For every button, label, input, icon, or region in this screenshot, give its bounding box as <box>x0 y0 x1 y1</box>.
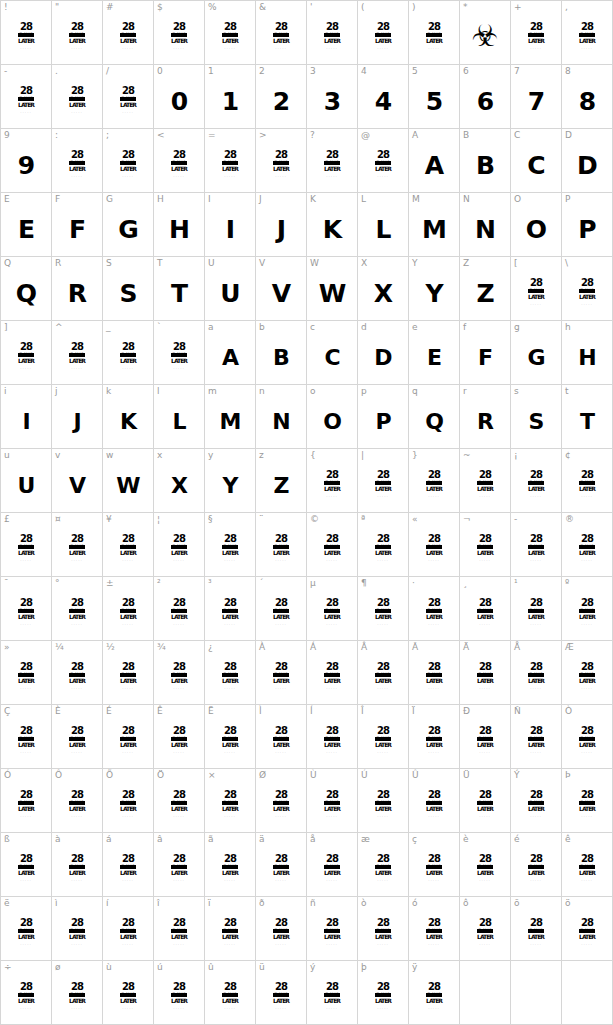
glyph-cell: RR <box>52 257 103 321</box>
notdef-line: LATER <box>273 678 289 684</box>
notdef-line: 28 <box>275 662 287 672</box>
notdef-glyph: 28DAYSLATER..... <box>409 769 459 832</box>
notdef-line: 28 <box>581 534 593 544</box>
glyph-cell: #28DAYSLATER..... <box>103 1 154 65</box>
notdef-line: LATER <box>477 870 493 876</box>
notdef-logo-stack: 28DAYSLATER..... <box>222 662 238 691</box>
rendered-glyph: P <box>358 385 408 448</box>
notdef-line: DAYS <box>273 609 288 614</box>
notdef-glyph: 28DAYSLATER..... <box>52 513 102 576</box>
notdef-glyph: 28DAYSLATER..... <box>103 65 153 128</box>
notdef-line: 28 <box>173 662 185 672</box>
notdef-logo-stack: 28DAYSLATER..... <box>324 534 340 563</box>
glyph-cell: ã28DAYSLATER..... <box>205 833 256 897</box>
notdef-logo-stack: 28DAYSLATER..... <box>324 22 340 51</box>
glyph-cell: ä28DAYSLATER..... <box>256 833 307 897</box>
notdef-glyph: 28DAYSLATER..... <box>511 641 561 704</box>
notdef-line: DAYS <box>120 353 135 358</box>
notdef-line: LATER <box>426 486 442 492</box>
glyph-cell: jJ <box>52 385 103 449</box>
notdef-glyph: 28DAYSLATER..... <box>1 897 51 960</box>
notdef-line: LATER <box>528 486 544 492</box>
notdef-line: DAYS <box>426 993 441 998</box>
notdef-line: DAYS <box>222 865 237 870</box>
notdef-line: ..... <box>71 1006 82 1010</box>
glyph-cell: fF <box>460 321 511 385</box>
rendered-glyph: V <box>256 257 306 320</box>
notdef-glyph: 28DAYSLATER..... <box>358 641 408 704</box>
glyph-cell: kK <box>103 385 154 449</box>
notdef-line: ..... <box>428 750 439 754</box>
notdef-line: LATER <box>18 550 34 556</box>
notdef-line: LATER <box>222 678 238 684</box>
glyph-cell: vV <box>52 449 103 513</box>
notdef-line: ..... <box>377 942 388 946</box>
notdef-line: 28 <box>224 662 236 672</box>
notdef-line: LATER <box>18 742 34 748</box>
notdef-logo-stack: 28DAYSLATER..... <box>579 278 595 307</box>
glyph-cell: ¯28DAYSLATER..... <box>1 577 52 641</box>
notdef-line: LATER <box>273 166 289 172</box>
notdef-line: 28 <box>428 22 440 32</box>
notdef-line: DAYS <box>69 33 84 38</box>
notdef-line: DAYS <box>171 161 186 166</box>
glyph-cell: FF <box>52 193 103 257</box>
notdef-glyph: 28DAYSLATER..... <box>562 577 612 640</box>
notdef-logo-stack: 28DAYSLATER..... <box>18 534 34 563</box>
notdef-line: DAYS <box>171 993 186 998</box>
glyph-cell: ¡28DAYSLATER..... <box>511 449 562 513</box>
notdef-line: LATER <box>528 678 544 684</box>
notdef-line: 28 <box>275 22 287 32</box>
notdef-logo-stack: 28DAYSLATER..... <box>120 726 136 755</box>
rendered-glyph: C <box>307 321 357 384</box>
notdef-glyph: 28DAYSLATER..... <box>256 833 306 896</box>
notdef-glyph: 28DAYSLATER..... <box>154 897 204 960</box>
notdef-line: 28 <box>71 342 83 352</box>
notdef-line: LATER <box>120 550 136 556</box>
notdef-glyph: 28DAYSLATER..... <box>562 513 612 576</box>
glyph-cell: zZ <box>256 449 307 513</box>
glyph-cell: ¦28DAYSLATER..... <box>154 513 205 577</box>
notdef-line: ..... <box>428 46 439 50</box>
notdef-line: ..... <box>581 814 592 818</box>
notdef-line: ..... <box>224 46 235 50</box>
notdef-line: 28 <box>326 150 338 160</box>
notdef-line: 28 <box>479 726 491 736</box>
notdef-line: LATER <box>273 550 289 556</box>
notdef-line: LATER <box>528 870 544 876</box>
glyph-cell: $28DAYSLATER..... <box>154 1 205 65</box>
notdef-line: DAYS <box>18 545 33 550</box>
glyph-cell: ö28DAYSLATER..... <box>562 897 613 961</box>
notdef-line: LATER <box>69 614 85 620</box>
notdef-line: LATER <box>426 38 442 44</box>
notdef-line: ..... <box>326 942 337 946</box>
notdef-line: LATER <box>324 614 340 620</box>
notdef-line: DAYS <box>375 801 390 806</box>
notdef-line: 28 <box>173 22 185 32</box>
glyph-cell: |28DAYSLATER..... <box>358 449 409 513</box>
notdef-glyph: 28DAYSLATER..... <box>562 833 612 896</box>
notdef-glyph: 28DAYSLATER..... <box>1 705 51 768</box>
notdef-line: LATER <box>324 678 340 684</box>
notdef-glyph: 28DAYSLATER..... <box>205 833 255 896</box>
notdef-glyph: 28DAYSLATER..... <box>52 705 102 768</box>
notdef-logo-stack: 28DAYSLATER..... <box>171 150 187 179</box>
notdef-line: LATER <box>69 550 85 556</box>
glyph-cell: .28DAYSLATER..... <box>52 65 103 129</box>
glyph-cell: ¹28DAYSLATER..... <box>511 577 562 641</box>
notdef-line: LATER <box>528 806 544 812</box>
glyph-cell: Ô28DAYSLATER..... <box>52 769 103 833</box>
notdef-line: DAYS <box>120 545 135 550</box>
notdef-line: ..... <box>71 622 82 626</box>
notdef-line: ..... <box>71 750 82 754</box>
notdef-logo-stack: 28DAYSLATER..... <box>120 22 136 51</box>
notdef-line: LATER <box>69 166 85 172</box>
notdef-line: ..... <box>479 878 490 882</box>
notdef-line: DAYS <box>120 737 135 742</box>
notdef-line: ..... <box>428 1006 439 1010</box>
notdef-line: 28 <box>581 790 593 800</box>
glyph-cell: %28DAYSLATER..... <box>205 1 256 65</box>
glyph-cell: Â28DAYSLATER..... <box>358 641 409 705</box>
notdef-logo-stack: 28DAYSLATER..... <box>426 662 442 691</box>
glyph-cell: È28DAYSLATER..... <box>52 705 103 769</box>
notdef-line: ..... <box>20 1006 31 1010</box>
notdef-line: DAYS <box>120 33 135 38</box>
notdef-logo-stack: 28DAYSLATER..... <box>375 150 391 179</box>
notdef-line: LATER <box>69 870 85 876</box>
notdef-line: 28 <box>122 22 134 32</box>
glyph-cell: @28DAYSLATER..... <box>358 129 409 193</box>
notdef-line: LATER <box>324 166 340 172</box>
notdef-line: ..... <box>581 494 592 498</box>
notdef-line: ..... <box>20 622 31 626</box>
glyph-cell: ¢28DAYSLATER..... <box>562 449 613 513</box>
glyph-cell: ý28DAYSLATER..... <box>307 961 358 1025</box>
rendered-glyph: O <box>511 193 561 256</box>
notdef-line: ..... <box>479 494 490 498</box>
rendered-glyph: U <box>205 257 255 320</box>
notdef-line: 28 <box>224 982 236 992</box>
notdef-line: ..... <box>20 558 31 562</box>
glyph-cell: â28DAYSLATER..... <box>154 833 205 897</box>
notdef-line: LATER <box>171 998 187 1004</box>
notdef-glyph: 28DAYSLATER..... <box>358 705 408 768</box>
notdef-line: DAYS <box>69 801 84 806</box>
notdef-line: 28 <box>326 854 338 864</box>
notdef-line: DAYS <box>69 929 84 934</box>
glyph-cell: ñ28DAYSLATER..... <box>307 897 358 961</box>
notdef-line: LATER <box>528 742 544 748</box>
notdef-line: DAYS <box>171 673 186 678</box>
notdef-line: DAYS <box>324 481 339 486</box>
notdef-line: 28 <box>224 726 236 736</box>
biohazard-icon: ☣ <box>460 1 510 64</box>
rendered-glyph: D <box>358 321 408 384</box>
notdef-line: 28 <box>122 662 134 672</box>
notdef-glyph: 28DAYSLATER..... <box>52 577 102 640</box>
notdef-line: DAYS <box>375 865 390 870</box>
notdef-line: LATER <box>579 38 595 44</box>
notdef-line: ..... <box>530 302 541 306</box>
glyph-cell: mM <box>205 385 256 449</box>
notdef-logo-stack: 28DAYSLATER..... <box>171 982 187 1011</box>
notdef-line: LATER <box>18 806 34 812</box>
notdef-logo-stack: 28DAYSLATER..... <box>18 790 34 819</box>
notdef-line: DAYS <box>18 929 33 934</box>
glyph-cell: bB <box>256 321 307 385</box>
notdef-logo-stack: 28DAYSLATER..... <box>375 22 391 51</box>
notdef-line: ..... <box>428 814 439 818</box>
notdef-line: LATER <box>528 550 544 556</box>
notdef-logo-stack: 28DAYSLATER..... <box>222 854 238 883</box>
notdef-line: DAYS <box>324 673 339 678</box>
notdef-line: ..... <box>479 558 490 562</box>
notdef-line: ..... <box>224 622 235 626</box>
notdef-glyph: 28DAYSLATER..... <box>511 769 561 832</box>
notdef-glyph: 28DAYSLATER..... <box>511 257 561 320</box>
notdef-line: ..... <box>173 622 184 626</box>
notdef-line: ..... <box>326 494 337 498</box>
notdef-line: ..... <box>275 814 286 818</box>
notdef-line: 28 <box>71 150 83 160</box>
notdef-glyph: 28DAYSLATER..... <box>307 897 357 960</box>
empty-cell <box>511 961 562 1025</box>
notdef-glyph: 28DAYSLATER..... <box>205 897 255 960</box>
notdef-glyph: 28DAYSLATER..... <box>358 577 408 640</box>
notdef-line: ..... <box>428 622 439 626</box>
notdef-glyph: 28DAYSLATER..... <box>154 321 204 384</box>
notdef-logo-stack: 28DAYSLATER..... <box>120 918 136 947</box>
notdef-line: LATER <box>18 358 34 364</box>
notdef-logo-stack: 28DAYSLATER..... <box>528 726 544 755</box>
notdef-line: 28 <box>479 918 491 928</box>
notdef-line: ..... <box>581 302 592 306</box>
glyph-cell: OO <box>511 193 562 257</box>
rendered-glyph: 9 <box>1 129 51 192</box>
rendered-glyph: G <box>103 193 153 256</box>
notdef-line: 28 <box>173 150 185 160</box>
notdef-logo-stack: 28DAYSLATER..... <box>222 726 238 755</box>
notdef-glyph: 28DAYSLATER..... <box>562 257 612 320</box>
glyph-cell: pP <box>358 385 409 449</box>
notdef-line: LATER <box>120 934 136 940</box>
notdef-line: DAYS <box>528 481 543 486</box>
notdef-line: 28 <box>479 534 491 544</box>
notdef-logo-stack: 28DAYSLATER..... <box>375 598 391 627</box>
rendered-glyph: G <box>511 321 561 384</box>
glyph-cell: Ò28DAYSLATER..... <box>562 705 613 769</box>
notdef-line: LATER <box>120 614 136 620</box>
notdef-line: 28 <box>71 534 83 544</box>
notdef-logo-stack: 28DAYSLATER..... <box>324 790 340 819</box>
glyph-cell: ^28DAYSLATER..... <box>52 321 103 385</box>
notdef-line: DAYS <box>528 609 543 614</box>
notdef-line: 28 <box>173 342 185 352</box>
glyph-cell: Ó28DAYSLATER..... <box>1 769 52 833</box>
notdef-line: 28 <box>530 790 542 800</box>
notdef-glyph: 28DAYSLATER..... <box>460 513 510 576</box>
glyph-cell: ]28DAYSLATER..... <box>1 321 52 385</box>
glyph-cell: -28DAYSLATER..... <box>511 513 562 577</box>
notdef-line: LATER <box>426 998 442 1004</box>
rendered-glyph: F <box>52 193 102 256</box>
glyph-cell: ß28DAYSLATER..... <box>1 833 52 897</box>
glyph-cell: uU <box>1 449 52 513</box>
notdef-line: DAYS <box>528 673 543 678</box>
notdef-logo-stack: 28DAYSLATER..... <box>171 598 187 627</box>
notdef-glyph: 28DAYSLATER..... <box>1 321 51 384</box>
notdef-line: DAYS <box>375 737 390 742</box>
notdef-line: LATER <box>426 678 442 684</box>
notdef-logo-stack: 28DAYSLATER..... <box>426 918 442 947</box>
notdef-line: ..... <box>122 622 133 626</box>
glyph-cell: Õ28DAYSLATER..... <box>103 769 154 833</box>
glyph-cell: {28DAYSLATER..... <box>307 449 358 513</box>
notdef-line: ..... <box>428 942 439 946</box>
notdef-line: ..... <box>173 942 184 946</box>
notdef-line: 28 <box>122 726 134 736</box>
notdef-line: 28 <box>275 918 287 928</box>
notdef-glyph: 28DAYSLATER..... <box>52 833 102 896</box>
glyph-cell: Í28DAYSLATER..... <box>307 705 358 769</box>
notdef-line: ..... <box>173 1006 184 1010</box>
rendered-glyph: R <box>460 385 510 448</box>
notdef-logo-stack: 28DAYSLATER..... <box>18 982 34 1011</box>
notdef-line: LATER <box>222 742 238 748</box>
notdef-glyph: 28DAYSLATER..... <box>358 897 408 960</box>
notdef-line: ..... <box>20 878 31 882</box>
notdef-line: ..... <box>122 558 133 562</box>
notdef-line: 28 <box>122 342 134 352</box>
notdef-line: LATER <box>273 998 289 1004</box>
notdef-line: LATER <box>579 742 595 748</box>
glyph-cell: à28DAYSLATER..... <box>52 833 103 897</box>
notdef-line: DAYS <box>375 993 390 998</box>
notdef-line: LATER <box>477 934 493 940</box>
notdef-line: 28 <box>20 726 32 736</box>
notdef-line: DAYS <box>18 97 33 102</box>
glyph-cell: ÿ28DAYSLATER..... <box>409 961 460 1025</box>
notdef-line: 28 <box>20 342 32 352</box>
glyph-cell: >28DAYSLATER..... <box>256 129 307 193</box>
notdef-logo-stack: 28DAYSLATER..... <box>69 662 85 691</box>
glyph-cell: ú28DAYSLATER..... <box>154 961 205 1025</box>
notdef-line: DAYS <box>222 737 237 742</box>
notdef-glyph: 28DAYSLATER..... <box>256 1 306 64</box>
notdef-line: 28 <box>224 22 236 32</box>
notdef-line: 28 <box>326 982 338 992</box>
glyph-cell: ï28DAYSLATER..... <box>205 897 256 961</box>
notdef-glyph: 28DAYSLATER..... <box>409 449 459 512</box>
notdef-logo-stack: 28DAYSLATER..... <box>222 598 238 627</box>
notdef-line: 28 <box>71 790 83 800</box>
notdef-line: 28 <box>275 534 287 544</box>
glyph-cell: °28DAYSLATER..... <box>52 577 103 641</box>
glyph-cell: »28DAYSLATER..... <box>1 641 52 705</box>
notdef-line: DAYS <box>171 737 186 742</box>
rendered-glyph: K <box>103 385 153 448</box>
notdef-line: ..... <box>377 750 388 754</box>
rendered-glyph: X <box>154 449 204 512</box>
notdef-logo-stack: 28DAYSLATER..... <box>528 598 544 627</box>
notdef-line: LATER <box>375 486 391 492</box>
notdef-logo-stack: 28DAYSLATER..... <box>120 790 136 819</box>
glyph-cell: EE <box>1 193 52 257</box>
notdef-glyph: 28DAYSLATER..... <box>1 769 51 832</box>
notdef-logo-stack: 28DAYSLATER..... <box>18 726 34 755</box>
notdef-logo-stack: 28DAYSLATER..... <box>477 918 493 947</box>
glyph-cell: eE <box>409 321 460 385</box>
notdef-line: DAYS <box>69 993 84 998</box>
glyph-cell: Ê28DAYSLATER..... <box>154 705 205 769</box>
notdef-glyph: 28DAYSLATER..... <box>460 449 510 512</box>
notdef-line: ..... <box>326 878 337 882</box>
notdef-glyph: 28DAYSLATER..... <box>205 641 255 704</box>
glyph-cell: \28DAYSLATER..... <box>562 257 613 321</box>
notdef-line: DAYS <box>18 353 33 358</box>
glyph-cell: ¶28DAYSLATER..... <box>358 577 409 641</box>
notdef-line: 28 <box>122 86 134 96</box>
glyph-cell: ?28DAYSLATER..... <box>307 129 358 193</box>
notdef-glyph: 28DAYSLATER..... <box>307 1 357 64</box>
glyph-cell: 44 <box>358 65 409 129</box>
notdef-line: 28 <box>428 790 440 800</box>
notdef-line: DAYS <box>69 673 84 678</box>
notdef-line: DAYS <box>69 865 84 870</box>
notdef-line: ..... <box>326 686 337 690</box>
glyph-cell: ³28DAYSLATER..... <box>205 577 256 641</box>
notdef-glyph: 28DAYSLATER..... <box>307 129 357 192</box>
notdef-line: DAYS <box>18 737 33 742</box>
notdef-logo-stack: 28DAYSLATER..... <box>477 598 493 627</box>
glyph-cell: µ28DAYSLATER..... <box>307 577 358 641</box>
notdef-line: DAYS <box>426 481 441 486</box>
notdef-line: ..... <box>122 686 133 690</box>
notdef-line: ..... <box>71 558 82 562</box>
notdef-line: ..... <box>377 622 388 626</box>
glyph-cell: iI <box>1 385 52 449</box>
glyph-cell: ²28DAYSLATER..... <box>154 577 205 641</box>
notdef-line: ..... <box>122 814 133 818</box>
glyph-cell: *☣ <box>460 1 511 65</box>
glyph-cell: ð28DAYSLATER..... <box>256 897 307 961</box>
notdef-line: 28 <box>326 790 338 800</box>
notdef-line: DAYS <box>18 33 33 38</box>
notdef-line: LATER <box>69 934 85 940</box>
notdef-line: 28 <box>377 534 389 544</box>
notdef-line: ..... <box>224 558 235 562</box>
notdef-glyph: 28DAYSLATER..... <box>409 577 459 640</box>
notdef-logo-stack: 28DAYSLATER..... <box>426 534 442 563</box>
rendered-glyph: M <box>205 385 255 448</box>
notdef-logo-stack: 28DAYSLATER..... <box>426 470 442 499</box>
notdef-line: 28 <box>479 598 491 608</box>
glyph-cell: 77 <box>511 65 562 129</box>
rendered-glyph: I <box>1 385 51 448</box>
notdef-glyph: 28DAYSLATER..... <box>103 641 153 704</box>
glyph-cell: ¸28DAYSLATER..... <box>460 577 511 641</box>
notdef-logo-stack: 28DAYSLATER..... <box>579 22 595 51</box>
notdef-line: 28 <box>428 470 440 480</box>
notdef-line: LATER <box>579 550 595 556</box>
notdef-logo-stack: 28DAYSLATER..... <box>528 470 544 499</box>
notdef-line: LATER <box>273 38 289 44</box>
notdef-line: ..... <box>20 942 31 946</box>
